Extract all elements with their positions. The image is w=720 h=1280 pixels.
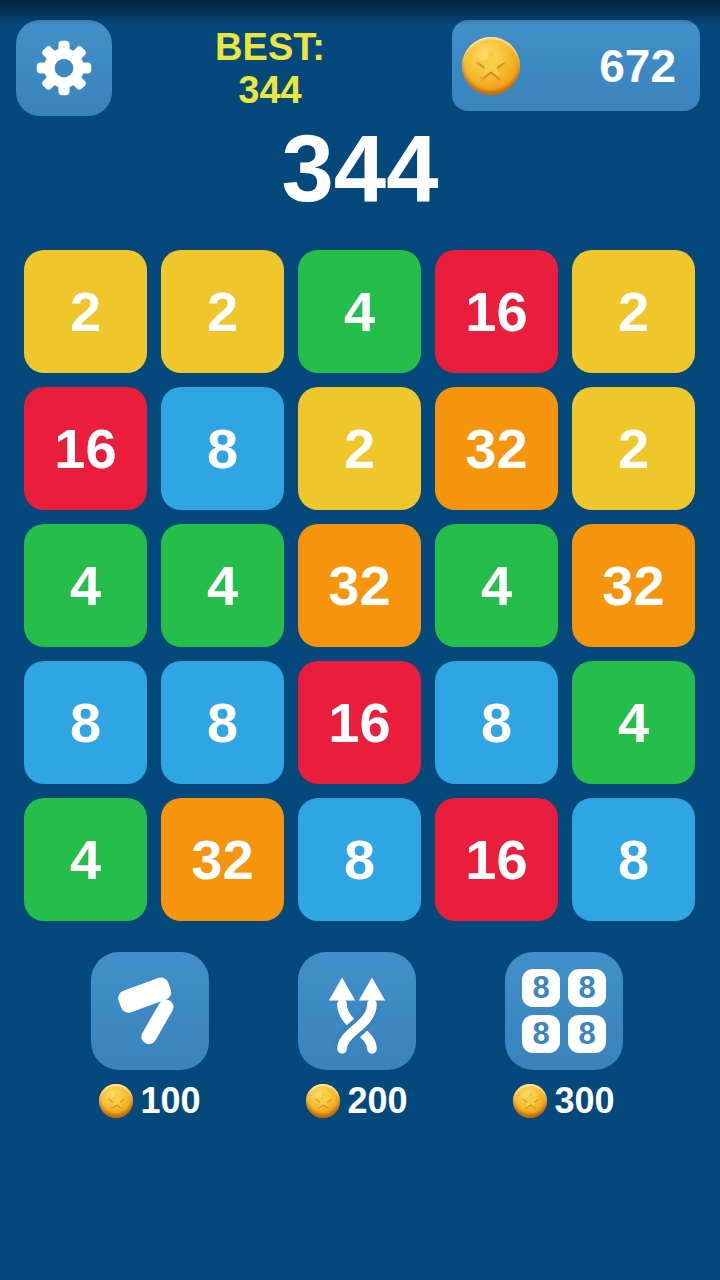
board: 224162168232244324328816844328168	[24, 250, 695, 921]
powerup-shuffle: ★ 200	[267, 952, 447, 1122]
game-screen: BEST: 344 ★ 672 344 22416216823224432432…	[0, 0, 720, 1280]
tile-r3c5-value-32[interactable]: 32	[572, 524, 695, 647]
tile-r5c2-value-32[interactable]: 32	[161, 798, 284, 921]
powerup-hammer: ★ 100	[60, 952, 240, 1122]
coin-icon: ★	[306, 1084, 340, 1118]
best-score-display: BEST: 344	[215, 26, 325, 112]
current-score: 344	[0, 122, 720, 216]
powerup-swap-numbers: 8 8 8 8 ★ 300	[474, 952, 654, 1122]
tile-r4c3-value-16[interactable]: 16	[298, 661, 421, 784]
tile-r5c1-value-4[interactable]: 4	[24, 798, 147, 921]
tile-r5c3-value-8[interactable]: 8	[298, 798, 421, 921]
shuffle-button[interactable]	[298, 952, 416, 1070]
settings-button[interactable]	[16, 20, 112, 116]
coin-balance-button[interactable]: ★ 672	[452, 20, 700, 111]
hammer-cost: ★ 100	[99, 1080, 200, 1122]
tile-r4c2-value-8[interactable]: 8	[161, 661, 284, 784]
gear-icon	[33, 37, 95, 99]
hammer-cost-value: 100	[140, 1080, 200, 1122]
tile-r3c3-value-32[interactable]: 32	[298, 524, 421, 647]
shuffle-cost: ★ 200	[306, 1080, 407, 1122]
best-value: 344	[215, 69, 325, 112]
swap-numbers-cost-value: 300	[554, 1080, 614, 1122]
swap-numbers-cost: ★ 300	[513, 1080, 614, 1122]
tile-r2c1-value-16[interactable]: 16	[24, 387, 147, 510]
tile-r2c3-value-2[interactable]: 2	[298, 387, 421, 510]
coin-star-icon: ★	[462, 37, 520, 95]
tile-r4c5-value-4[interactable]: 4	[572, 661, 695, 784]
coin-balance-value: 672	[599, 39, 700, 93]
tile-r5c4-value-16[interactable]: 16	[435, 798, 558, 921]
hammer-icon	[106, 967, 194, 1055]
swap-numbers-button[interactable]: 8 8 8 8	[505, 952, 623, 1070]
tile-r5c5-value-8[interactable]: 8	[572, 798, 695, 921]
tile-r3c1-value-4[interactable]: 4	[24, 524, 147, 647]
tile-r4c4-value-8[interactable]: 8	[435, 661, 558, 784]
tile-r2c4-value-32[interactable]: 32	[435, 387, 558, 510]
tile-r2c2-value-8[interactable]: 8	[161, 387, 284, 510]
tile-r1c3-value-4[interactable]: 4	[298, 250, 421, 373]
hammer-button[interactable]	[91, 952, 209, 1070]
best-label: BEST:	[215, 26, 325, 69]
tile-r2c5-value-2[interactable]: 2	[572, 387, 695, 510]
tile-r4c1-value-8[interactable]: 8	[24, 661, 147, 784]
tile-r1c2-value-2[interactable]: 2	[161, 250, 284, 373]
tile-r3c4-value-4[interactable]: 4	[435, 524, 558, 647]
tile-r1c4-value-16[interactable]: 16	[435, 250, 558, 373]
tile-r1c1-value-2[interactable]: 2	[24, 250, 147, 373]
tiles-8888-icon: 8 8 8 8	[522, 969, 606, 1053]
tile-r1c5-value-2[interactable]: 2	[572, 250, 695, 373]
coin-icon: ★	[513, 1084, 547, 1118]
shuffle-cost-value: 200	[347, 1080, 407, 1122]
shuffle-icon	[313, 967, 401, 1055]
coin-icon: ★	[99, 1084, 133, 1118]
tile-r3c2-value-4[interactable]: 4	[161, 524, 284, 647]
